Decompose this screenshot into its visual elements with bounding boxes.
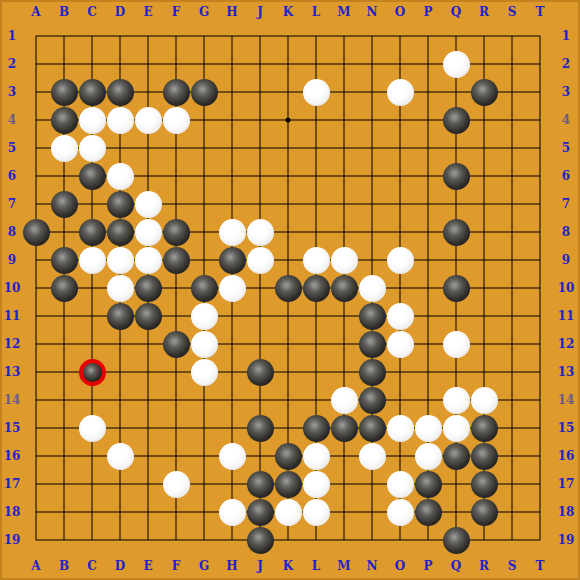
intersection-m12[interactable] <box>330 330 358 358</box>
intersection-f17[interactable] <box>162 470 190 498</box>
intersection-f1[interactable] <box>162 22 190 50</box>
intersection-o18[interactable] <box>386 498 414 526</box>
black-stone-e11[interactable] <box>135 303 162 330</box>
intersection-d2[interactable] <box>106 50 134 78</box>
black-stone-l10[interactable] <box>303 275 330 302</box>
white-stone-o3[interactable] <box>387 79 414 106</box>
intersection-k18[interactable] <box>274 498 302 526</box>
black-stone-e10[interactable] <box>135 275 162 302</box>
intersection-b17[interactable] <box>50 470 78 498</box>
intersection-e6[interactable] <box>134 162 162 190</box>
black-stone-j19[interactable] <box>247 527 274 554</box>
black-stone-r16[interactable] <box>471 443 498 470</box>
intersection-j18[interactable] <box>246 498 274 526</box>
white-stone-l18[interactable] <box>303 499 330 526</box>
intersection-c5[interactable] <box>78 134 106 162</box>
go-board[interactable]: ABCDEFGHJKLMNOPQRST ABCDEFGHJKLMNOPQRST … <box>0 0 580 580</box>
intersection-l12[interactable] <box>302 330 330 358</box>
white-stone-n16[interactable] <box>359 443 386 470</box>
intersection-d14[interactable] <box>106 386 134 414</box>
intersection-r12[interactable] <box>470 330 498 358</box>
intersection-o1[interactable] <box>386 22 414 50</box>
intersection-s13[interactable] <box>498 358 526 386</box>
intersection-j9[interactable] <box>246 246 274 274</box>
intersection-c3[interactable] <box>78 78 106 106</box>
intersection-d13[interactable] <box>106 358 134 386</box>
intersection-m19[interactable] <box>330 526 358 554</box>
intersection-o3[interactable] <box>386 78 414 106</box>
intersection-h3[interactable] <box>218 78 246 106</box>
black-stone-g10[interactable] <box>191 275 218 302</box>
intersection-b13[interactable] <box>50 358 78 386</box>
intersection-m9[interactable] <box>330 246 358 274</box>
intersection-j12[interactable] <box>246 330 274 358</box>
black-stone-f9[interactable] <box>163 247 190 274</box>
intersection-t7[interactable] <box>526 190 554 218</box>
white-stone-l17[interactable] <box>303 471 330 498</box>
intersection-g4[interactable] <box>190 106 218 134</box>
intersection-h2[interactable] <box>218 50 246 78</box>
intersection-q4[interactable] <box>442 106 470 134</box>
intersection-p6[interactable] <box>414 162 442 190</box>
intersection-g8[interactable] <box>190 218 218 246</box>
intersection-s18[interactable] <box>498 498 526 526</box>
intersection-k7[interactable] <box>274 190 302 218</box>
intersection-b8[interactable] <box>50 218 78 246</box>
stones-layer[interactable] <box>22 22 554 554</box>
intersection-k17[interactable] <box>274 470 302 498</box>
intersection-f5[interactable] <box>162 134 190 162</box>
intersection-k16[interactable] <box>274 442 302 470</box>
intersection-m3[interactable] <box>330 78 358 106</box>
intersection-b12[interactable] <box>50 330 78 358</box>
intersection-t16[interactable] <box>526 442 554 470</box>
white-stone-o12[interactable] <box>387 331 414 358</box>
intersection-m15[interactable] <box>330 414 358 442</box>
intersection-n9[interactable] <box>358 246 386 274</box>
intersection-m2[interactable] <box>330 50 358 78</box>
intersection-t6[interactable] <box>526 162 554 190</box>
intersection-d18[interactable] <box>106 498 134 526</box>
intersection-c10[interactable] <box>78 274 106 302</box>
intersection-q2[interactable] <box>442 50 470 78</box>
intersection-q6[interactable] <box>442 162 470 190</box>
white-stone-e4[interactable] <box>135 107 162 134</box>
intersection-g11[interactable] <box>190 302 218 330</box>
intersection-g1[interactable] <box>190 22 218 50</box>
intersection-t4[interactable] <box>526 106 554 134</box>
intersection-r5[interactable] <box>470 134 498 162</box>
intersection-c6[interactable] <box>78 162 106 190</box>
intersection-e4[interactable] <box>134 106 162 134</box>
intersection-n16[interactable] <box>358 442 386 470</box>
white-stone-c9[interactable] <box>79 247 106 274</box>
intersection-e8[interactable] <box>134 218 162 246</box>
intersection-h1[interactable] <box>218 22 246 50</box>
intersection-j17[interactable] <box>246 470 274 498</box>
intersection-a13[interactable] <box>22 358 50 386</box>
white-stone-l9[interactable] <box>303 247 330 274</box>
intersection-s5[interactable] <box>498 134 526 162</box>
intersection-r19[interactable] <box>470 526 498 554</box>
intersection-n7[interactable] <box>358 190 386 218</box>
intersection-q10[interactable] <box>442 274 470 302</box>
intersection-g13[interactable] <box>190 358 218 386</box>
intersection-d19[interactable] <box>106 526 134 554</box>
intersection-b5[interactable] <box>50 134 78 162</box>
black-stone-p17[interactable] <box>415 471 442 498</box>
black-stone-q8[interactable] <box>443 219 470 246</box>
intersection-e5[interactable] <box>134 134 162 162</box>
intersection-h14[interactable] <box>218 386 246 414</box>
intersection-m4[interactable] <box>330 106 358 134</box>
intersection-g12[interactable] <box>190 330 218 358</box>
intersection-e3[interactable] <box>134 78 162 106</box>
intersection-n6[interactable] <box>358 162 386 190</box>
intersection-p15[interactable] <box>414 414 442 442</box>
intersection-q13[interactable] <box>442 358 470 386</box>
intersection-d5[interactable] <box>106 134 134 162</box>
intersection-g7[interactable] <box>190 190 218 218</box>
white-stone-g12[interactable] <box>191 331 218 358</box>
black-stone-j17[interactable] <box>247 471 274 498</box>
black-stone-l15[interactable] <box>303 415 330 442</box>
intersection-a16[interactable] <box>22 442 50 470</box>
intersection-d9[interactable] <box>106 246 134 274</box>
white-stone-r14[interactable] <box>471 387 498 414</box>
intersection-p16[interactable] <box>414 442 442 470</box>
intersection-t3[interactable] <box>526 78 554 106</box>
intersection-b14[interactable] <box>50 386 78 414</box>
black-stone-m15[interactable] <box>331 415 358 442</box>
intersection-l16[interactable] <box>302 442 330 470</box>
intersection-m8[interactable] <box>330 218 358 246</box>
intersection-q19[interactable] <box>442 526 470 554</box>
intersection-f8[interactable] <box>162 218 190 246</box>
intersection-l3[interactable] <box>302 78 330 106</box>
intersection-p10[interactable] <box>414 274 442 302</box>
black-stone-c8[interactable] <box>79 219 106 246</box>
intersection-s19[interactable] <box>498 526 526 554</box>
intersection-m17[interactable] <box>330 470 358 498</box>
intersection-r3[interactable] <box>470 78 498 106</box>
intersection-o5[interactable] <box>386 134 414 162</box>
intersection-e10[interactable] <box>134 274 162 302</box>
intersection-t11[interactable] <box>526 302 554 330</box>
intersection-e1[interactable] <box>134 22 162 50</box>
intersection-h5[interactable] <box>218 134 246 162</box>
intersection-n8[interactable] <box>358 218 386 246</box>
intersection-c2[interactable] <box>78 50 106 78</box>
intersection-a2[interactable] <box>22 50 50 78</box>
intersection-t15[interactable] <box>526 414 554 442</box>
intersection-k14[interactable] <box>274 386 302 414</box>
black-stone-p18[interactable] <box>415 499 442 526</box>
intersection-k5[interactable] <box>274 134 302 162</box>
white-stone-c15[interactable] <box>79 415 106 442</box>
intersection-a8[interactable] <box>22 218 50 246</box>
black-stone-f12[interactable] <box>163 331 190 358</box>
white-stone-o18[interactable] <box>387 499 414 526</box>
black-stone-j18[interactable] <box>247 499 274 526</box>
intersection-m16[interactable] <box>330 442 358 470</box>
white-stone-o9[interactable] <box>387 247 414 274</box>
intersection-g14[interactable] <box>190 386 218 414</box>
intersection-h12[interactable] <box>218 330 246 358</box>
intersection-m6[interactable] <box>330 162 358 190</box>
black-stone-b7[interactable] <box>51 191 78 218</box>
black-stone-d3[interactable] <box>107 79 134 106</box>
intersection-h4[interactable] <box>218 106 246 134</box>
white-stone-c4[interactable] <box>79 107 106 134</box>
black-stone-d11[interactable] <box>107 303 134 330</box>
intersection-d11[interactable] <box>106 302 134 330</box>
intersection-b11[interactable] <box>50 302 78 330</box>
intersection-j8[interactable] <box>246 218 274 246</box>
intersection-b7[interactable] <box>50 190 78 218</box>
white-stone-o17[interactable] <box>387 471 414 498</box>
intersection-h16[interactable] <box>218 442 246 470</box>
intersection-d8[interactable] <box>106 218 134 246</box>
intersection-j16[interactable] <box>246 442 274 470</box>
intersection-k9[interactable] <box>274 246 302 274</box>
intersection-t8[interactable] <box>526 218 554 246</box>
intersection-e14[interactable] <box>134 386 162 414</box>
intersection-d10[interactable] <box>106 274 134 302</box>
intersection-l17[interactable] <box>302 470 330 498</box>
intersection-f10[interactable] <box>162 274 190 302</box>
intersection-e17[interactable] <box>134 470 162 498</box>
intersection-n12[interactable] <box>358 330 386 358</box>
black-stone-q6[interactable] <box>443 163 470 190</box>
intersection-k4[interactable] <box>274 106 302 134</box>
black-stone-r18[interactable] <box>471 499 498 526</box>
white-stone-h16[interactable] <box>219 443 246 470</box>
intersection-c16[interactable] <box>78 442 106 470</box>
white-stone-f4[interactable] <box>163 107 190 134</box>
intersection-j3[interactable] <box>246 78 274 106</box>
intersection-t12[interactable] <box>526 330 554 358</box>
intersection-l15[interactable] <box>302 414 330 442</box>
intersection-h7[interactable] <box>218 190 246 218</box>
black-stone-r15[interactable] <box>471 415 498 442</box>
intersection-r4[interactable] <box>470 106 498 134</box>
black-stone-f8[interactable] <box>163 219 190 246</box>
intersection-a5[interactable] <box>22 134 50 162</box>
intersection-p3[interactable] <box>414 78 442 106</box>
intersection-j19[interactable] <box>246 526 274 554</box>
intersection-m10[interactable] <box>330 274 358 302</box>
intersection-m14[interactable] <box>330 386 358 414</box>
black-stone-n12[interactable] <box>359 331 386 358</box>
intersection-r17[interactable] <box>470 470 498 498</box>
black-stone-d8[interactable] <box>107 219 134 246</box>
intersection-s12[interactable] <box>498 330 526 358</box>
intersection-c7[interactable] <box>78 190 106 218</box>
white-stone-d4[interactable] <box>107 107 134 134</box>
intersection-s10[interactable] <box>498 274 526 302</box>
intersection-s4[interactable] <box>498 106 526 134</box>
intersection-r6[interactable] <box>470 162 498 190</box>
intersection-l6[interactable] <box>302 162 330 190</box>
intersection-l11[interactable] <box>302 302 330 330</box>
intersection-s9[interactable] <box>498 246 526 274</box>
intersection-g19[interactable] <box>190 526 218 554</box>
white-stone-p16[interactable] <box>415 443 442 470</box>
intersection-q12[interactable] <box>442 330 470 358</box>
intersection-l18[interactable] <box>302 498 330 526</box>
intersection-e15[interactable] <box>134 414 162 442</box>
black-stone-n15[interactable] <box>359 415 386 442</box>
intersection-a3[interactable] <box>22 78 50 106</box>
intersection-e2[interactable] <box>134 50 162 78</box>
intersection-n1[interactable] <box>358 22 386 50</box>
intersection-f18[interactable] <box>162 498 190 526</box>
intersection-r7[interactable] <box>470 190 498 218</box>
intersection-b3[interactable] <box>50 78 78 106</box>
intersection-c15[interactable] <box>78 414 106 442</box>
intersection-l1[interactable] <box>302 22 330 50</box>
intersection-o7[interactable] <box>386 190 414 218</box>
intersection-b6[interactable] <box>50 162 78 190</box>
intersection-k12[interactable] <box>274 330 302 358</box>
intersection-a10[interactable] <box>22 274 50 302</box>
intersection-a18[interactable] <box>22 498 50 526</box>
intersection-o6[interactable] <box>386 162 414 190</box>
intersection-o2[interactable] <box>386 50 414 78</box>
intersection-f13[interactable] <box>162 358 190 386</box>
intersection-o19[interactable] <box>386 526 414 554</box>
intersection-q9[interactable] <box>442 246 470 274</box>
white-stone-d9[interactable] <box>107 247 134 274</box>
intersection-r13[interactable] <box>470 358 498 386</box>
intersection-b18[interactable] <box>50 498 78 526</box>
white-stone-b5[interactable] <box>51 135 78 162</box>
white-stone-e8[interactable] <box>135 219 162 246</box>
white-stone-l3[interactable] <box>303 79 330 106</box>
intersection-r15[interactable] <box>470 414 498 442</box>
intersection-j13[interactable] <box>246 358 274 386</box>
intersection-o17[interactable] <box>386 470 414 498</box>
white-stone-m9[interactable] <box>331 247 358 274</box>
intersection-o11[interactable] <box>386 302 414 330</box>
intersection-k3[interactable] <box>274 78 302 106</box>
intersection-c14[interactable] <box>78 386 106 414</box>
black-stone-k10[interactable] <box>275 275 302 302</box>
intersection-k6[interactable] <box>274 162 302 190</box>
intersection-r2[interactable] <box>470 50 498 78</box>
white-stone-d10[interactable] <box>107 275 134 302</box>
intersection-a6[interactable] <box>22 162 50 190</box>
intersection-g6[interactable] <box>190 162 218 190</box>
intersection-j5[interactable] <box>246 134 274 162</box>
black-stone-c6[interactable] <box>79 163 106 190</box>
intersection-b19[interactable] <box>50 526 78 554</box>
intersection-j6[interactable] <box>246 162 274 190</box>
intersection-c8[interactable] <box>78 218 106 246</box>
black-stone-b3[interactable] <box>51 79 78 106</box>
intersection-p8[interactable] <box>414 218 442 246</box>
intersection-m5[interactable] <box>330 134 358 162</box>
intersection-h9[interactable] <box>218 246 246 274</box>
intersection-n18[interactable] <box>358 498 386 526</box>
intersection-m7[interactable] <box>330 190 358 218</box>
white-stone-q14[interactable] <box>443 387 470 414</box>
intersection-g18[interactable] <box>190 498 218 526</box>
white-stone-j9[interactable] <box>247 247 274 274</box>
intersection-f11[interactable] <box>162 302 190 330</box>
black-stone-r3[interactable] <box>471 79 498 106</box>
intersection-p17[interactable] <box>414 470 442 498</box>
intersection-b10[interactable] <box>50 274 78 302</box>
black-stone-k16[interactable] <box>275 443 302 470</box>
black-stone-f3[interactable] <box>163 79 190 106</box>
intersection-k2[interactable] <box>274 50 302 78</box>
intersection-o15[interactable] <box>386 414 414 442</box>
white-stone-d6[interactable] <box>107 163 134 190</box>
intersection-j1[interactable] <box>246 22 274 50</box>
intersection-n2[interactable] <box>358 50 386 78</box>
black-stone-n13[interactable] <box>359 359 386 386</box>
intersection-h19[interactable] <box>218 526 246 554</box>
intersection-j15[interactable] <box>246 414 274 442</box>
intersection-k11[interactable] <box>274 302 302 330</box>
intersection-n3[interactable] <box>358 78 386 106</box>
black-stone-g3[interactable] <box>191 79 218 106</box>
intersection-s17[interactable] <box>498 470 526 498</box>
intersection-j7[interactable] <box>246 190 274 218</box>
intersection-d7[interactable] <box>106 190 134 218</box>
intersection-d3[interactable] <box>106 78 134 106</box>
intersection-k10[interactable] <box>274 274 302 302</box>
intersection-j2[interactable] <box>246 50 274 78</box>
intersection-p14[interactable] <box>414 386 442 414</box>
intersection-c18[interactable] <box>78 498 106 526</box>
intersection-f6[interactable] <box>162 162 190 190</box>
intersection-h15[interactable] <box>218 414 246 442</box>
intersection-e13[interactable] <box>134 358 162 386</box>
intersection-p19[interactable] <box>414 526 442 554</box>
intersection-a14[interactable] <box>22 386 50 414</box>
intersection-g15[interactable] <box>190 414 218 442</box>
intersection-l10[interactable] <box>302 274 330 302</box>
intersection-f16[interactable] <box>162 442 190 470</box>
intersection-q14[interactable] <box>442 386 470 414</box>
intersection-s2[interactable] <box>498 50 526 78</box>
intersection-o16[interactable] <box>386 442 414 470</box>
intersection-l9[interactable] <box>302 246 330 274</box>
intersection-p5[interactable] <box>414 134 442 162</box>
intersection-t19[interactable] <box>526 526 554 554</box>
intersection-e12[interactable] <box>134 330 162 358</box>
intersection-t9[interactable] <box>526 246 554 274</box>
intersection-d15[interactable] <box>106 414 134 442</box>
intersection-d16[interactable] <box>106 442 134 470</box>
intersection-c9[interactable] <box>78 246 106 274</box>
intersection-m18[interactable] <box>330 498 358 526</box>
intersection-h18[interactable] <box>218 498 246 526</box>
intersection-s3[interactable] <box>498 78 526 106</box>
intersection-f2[interactable] <box>162 50 190 78</box>
intersection-a12[interactable] <box>22 330 50 358</box>
intersection-p9[interactable] <box>414 246 442 274</box>
intersection-q1[interactable] <box>442 22 470 50</box>
black-stone-j13[interactable] <box>247 359 274 386</box>
intersection-o12[interactable] <box>386 330 414 358</box>
intersection-g3[interactable] <box>190 78 218 106</box>
intersection-b2[interactable] <box>50 50 78 78</box>
white-stone-g13[interactable] <box>191 359 218 386</box>
